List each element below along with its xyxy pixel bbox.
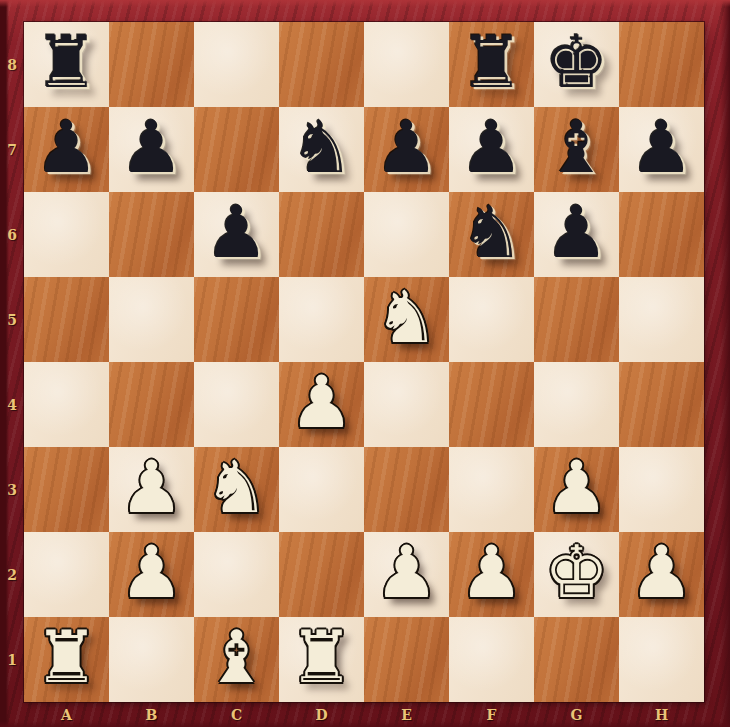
rank-label-6: 6 (0, 192, 24, 277)
black-pawn-e7[interactable]: ♟ (374, 105, 439, 190)
square-b1[interactable] (109, 617, 194, 702)
square-f8[interactable]: ♜ (449, 22, 534, 107)
square-g1[interactable] (534, 617, 619, 702)
chess-board: ♜♜♚♟♟♞♟♟♝♟♟♞♟♞♟♟♞♟♟♟♟♚♟♜♝♜ (24, 22, 704, 702)
square-d4[interactable]: ♟ (279, 362, 364, 447)
square-h4[interactable] (619, 362, 704, 447)
white-king-g2[interactable]: ♚ (544, 530, 609, 615)
white-pawn-b2[interactable]: ♟ (119, 530, 184, 615)
white-bishop-c1[interactable]: ♝ (204, 615, 269, 700)
square-d7[interactable]: ♞ (279, 107, 364, 192)
black-king-g8[interactable]: ♚ (544, 20, 609, 105)
black-rook-f8[interactable]: ♜ (459, 20, 524, 105)
square-e8[interactable] (364, 22, 449, 107)
square-g6[interactable]: ♟ (534, 192, 619, 277)
file-label-a: A (24, 702, 109, 727)
frame-right-edge (720, 0, 730, 727)
square-e2[interactable]: ♟ (364, 532, 449, 617)
square-e3[interactable] (364, 447, 449, 532)
square-c8[interactable] (194, 22, 279, 107)
white-pawn-h2[interactable]: ♟ (629, 530, 694, 615)
square-a6[interactable] (24, 192, 109, 277)
square-h2[interactable]: ♟ (619, 532, 704, 617)
square-e6[interactable] (364, 192, 449, 277)
square-g7[interactable]: ♝ (534, 107, 619, 192)
black-pawn-g6[interactable]: ♟ (544, 190, 609, 275)
black-pawn-h7[interactable]: ♟ (629, 105, 694, 190)
file-label-e: E (364, 702, 449, 727)
square-b2[interactable]: ♟ (109, 532, 194, 617)
file-label-g: G (534, 702, 619, 727)
rank-label-4: 4 (0, 362, 24, 447)
rank-label-8: 8 (0, 22, 24, 107)
square-f4[interactable] (449, 362, 534, 447)
white-pawn-g3[interactable]: ♟ (544, 445, 609, 530)
square-c5[interactable] (194, 277, 279, 362)
square-b7[interactable]: ♟ (109, 107, 194, 192)
rank-label-7: 7 (0, 107, 24, 192)
square-c2[interactable] (194, 532, 279, 617)
black-pawn-f7[interactable]: ♟ (459, 105, 524, 190)
square-d2[interactable] (279, 532, 364, 617)
white-knight-e5[interactable]: ♞ (374, 275, 439, 360)
rank-label-3: 3 (0, 447, 24, 532)
file-label-c: C (194, 702, 279, 727)
square-a1[interactable]: ♜ (24, 617, 109, 702)
square-c4[interactable] (194, 362, 279, 447)
square-d3[interactable] (279, 447, 364, 532)
rank-label-5: 5 (0, 277, 24, 362)
square-c6[interactable]: ♟ (194, 192, 279, 277)
square-b6[interactable] (109, 192, 194, 277)
square-h5[interactable] (619, 277, 704, 362)
rank-label-2: 2 (0, 532, 24, 617)
black-pawn-b7[interactable]: ♟ (119, 105, 184, 190)
square-e1[interactable] (364, 617, 449, 702)
white-pawn-f2[interactable]: ♟ (459, 530, 524, 615)
file-label-f: F (449, 702, 534, 727)
square-a3[interactable] (24, 447, 109, 532)
black-rook-a8[interactable]: ♜ (34, 20, 99, 105)
square-f7[interactable]: ♟ (449, 107, 534, 192)
black-pawn-c6[interactable]: ♟ (204, 190, 269, 275)
white-rook-d1[interactable]: ♜ (289, 615, 354, 700)
black-pawn-a7[interactable]: ♟ (34, 105, 99, 190)
square-f6[interactable]: ♞ (449, 192, 534, 277)
square-f1[interactable] (449, 617, 534, 702)
square-a4[interactable] (24, 362, 109, 447)
square-d6[interactable] (279, 192, 364, 277)
square-h1[interactable] (619, 617, 704, 702)
square-c3[interactable]: ♞ (194, 447, 279, 532)
square-d1[interactable]: ♜ (279, 617, 364, 702)
square-a2[interactable] (24, 532, 109, 617)
square-c7[interactable] (194, 107, 279, 192)
white-rook-a1[interactable]: ♜ (34, 615, 99, 700)
square-b5[interactable] (109, 277, 194, 362)
white-pawn-e2[interactable]: ♟ (374, 530, 439, 615)
black-knight-d7[interactable]: ♞ (289, 105, 354, 190)
frame-top-edge (0, 0, 730, 7)
square-f5[interactable] (449, 277, 534, 362)
square-e4[interactable] (364, 362, 449, 447)
square-f3[interactable] (449, 447, 534, 532)
square-a7[interactable]: ♟ (24, 107, 109, 192)
square-e5[interactable]: ♞ (364, 277, 449, 362)
square-g8[interactable]: ♚ (534, 22, 619, 107)
black-bishop-g7[interactable]: ♝ (544, 105, 609, 190)
square-d5[interactable] (279, 277, 364, 362)
square-g2[interactable]: ♚ (534, 532, 619, 617)
file-label-b: B (109, 702, 194, 727)
white-pawn-d4[interactable]: ♟ (289, 360, 354, 445)
square-g3[interactable]: ♟ (534, 447, 619, 532)
square-a5[interactable] (24, 277, 109, 362)
square-h3[interactable] (619, 447, 704, 532)
square-a8[interactable]: ♜ (24, 22, 109, 107)
square-c1[interactable]: ♝ (194, 617, 279, 702)
square-f2[interactable]: ♟ (449, 532, 534, 617)
square-e7[interactable]: ♟ (364, 107, 449, 192)
square-h8[interactable] (619, 22, 704, 107)
square-b8[interactable] (109, 22, 194, 107)
square-d8[interactable] (279, 22, 364, 107)
square-h7[interactable]: ♟ (619, 107, 704, 192)
file-label-d: D (279, 702, 364, 727)
square-g4[interactable] (534, 362, 619, 447)
square-b4[interactable] (109, 362, 194, 447)
square-b3[interactable]: ♟ (109, 447, 194, 532)
black-knight-f6[interactable]: ♞ (459, 190, 524, 275)
file-label-h: H (619, 702, 704, 727)
square-g5[interactable] (534, 277, 619, 362)
square-h6[interactable] (619, 192, 704, 277)
white-pawn-b3[interactable]: ♟ (119, 445, 184, 530)
rank-label-1: 1 (0, 617, 24, 702)
white-knight-c3[interactable]: ♞ (204, 445, 269, 530)
